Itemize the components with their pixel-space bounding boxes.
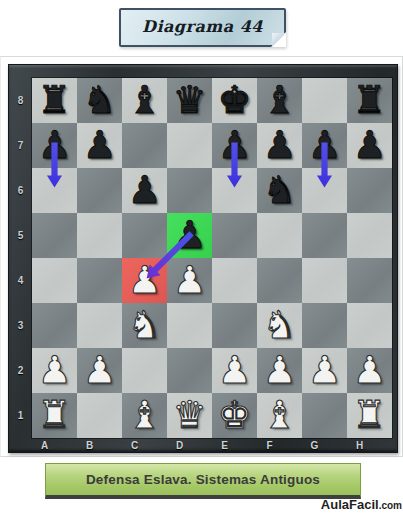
file-label-f: F [247,438,292,453]
white-pawn-e2: ♟ [212,348,257,393]
square-g6[interactable] [302,168,347,213]
square-c4[interactable]: ♟ [122,258,167,303]
square-g2[interactable]: ♟ [302,348,347,393]
file-label-h: H [337,438,382,453]
square-e7[interactable]: ♟ [212,123,257,168]
watermark-tld: .com [379,500,402,511]
white-pawn-c4: ♟ [122,258,167,303]
rank-label-2: 2 [9,348,32,393]
square-d2[interactable] [167,348,212,393]
chess-board-frame: 87654321 ♜♞♝♛♚♝♜♟♟♟♟♟♟♟♞♟♟♟♞♞♟♟♟♟♟♟♜♝♛♚♝… [8,64,398,453]
square-h7[interactable]: ♟ [347,123,392,168]
white-bishop-c1: ♝ [122,393,167,438]
square-b3[interactable] [77,303,122,348]
rank-labels: 87654321 [9,78,32,438]
square-h3[interactable] [347,303,392,348]
square-c1[interactable]: ♝ [122,393,167,438]
square-a4[interactable] [32,258,77,303]
square-a5[interactable] [32,213,77,258]
square-f3[interactable]: ♞ [257,303,302,348]
square-b6[interactable] [77,168,122,213]
black-pawn-b7: ♟ [77,123,122,168]
square-e3[interactable] [212,303,257,348]
rank-label-7: 7 [9,123,32,168]
square-b4[interactable] [77,258,122,303]
square-f4[interactable] [257,258,302,303]
white-knight-c3: ♞ [122,303,167,348]
square-g4[interactable] [302,258,347,303]
white-pawn-d4: ♟ [167,258,212,303]
square-f6[interactable]: ♞ [257,168,302,213]
opening-name: Defensa Eslava. Sistemas Antiguos [46,464,360,495]
file-label-a: A [22,438,67,453]
white-pawn-g2: ♟ [302,348,347,393]
square-a3[interactable] [32,303,77,348]
square-b1[interactable] [77,393,122,438]
white-king-e1: ♚ [212,393,257,438]
black-pawn-c6: ♟ [122,168,167,213]
black-king-e8: ♚ [212,78,257,123]
square-c2[interactable] [122,348,167,393]
square-f1[interactable]: ♝ [257,393,302,438]
square-d7[interactable] [167,123,212,168]
square-b2[interactable]: ♟ [77,348,122,393]
white-knight-f3: ♞ [257,303,302,348]
square-g3[interactable] [302,303,347,348]
square-d4[interactable]: ♟ [167,258,212,303]
white-queen-d1: ♛ [167,393,212,438]
watermark-name: AulaFacil [321,497,379,512]
file-label-g: G [292,438,337,453]
rank-label-8: 8 [9,78,32,123]
square-a1[interactable]: ♜ [32,393,77,438]
rank-label-6: 6 [9,168,32,213]
square-e1[interactable]: ♚ [212,393,257,438]
white-pawn-b2: ♟ [77,348,122,393]
square-f2[interactable]: ♟ [257,348,302,393]
square-g7[interactable]: ♟ [302,123,347,168]
square-g8[interactable] [302,78,347,123]
white-rook-h1: ♜ [347,393,392,438]
square-f7[interactable]: ♟ [257,123,302,168]
white-pawn-a2: ♟ [32,348,77,393]
black-pawn-f7: ♟ [257,123,302,168]
square-c6[interactable]: ♟ [122,168,167,213]
black-bishop-c8: ♝ [122,78,167,123]
square-g5[interactable] [302,213,347,258]
white-rook-a1: ♜ [32,393,77,438]
square-e2[interactable]: ♟ [212,348,257,393]
white-pawn-h2: ♟ [347,348,392,393]
square-h2[interactable]: ♟ [347,348,392,393]
square-c3[interactable]: ♞ [122,303,167,348]
black-knight-f6: ♞ [257,168,302,213]
square-c5[interactable] [122,213,167,258]
file-label-b: B [67,438,112,453]
white-pawn-f2: ♟ [257,348,302,393]
black-pawn-a7: ♟ [32,123,77,168]
black-bishop-f8: ♝ [257,78,302,123]
black-knight-b8: ♞ [77,78,122,123]
white-bishop-f1: ♝ [257,393,302,438]
square-f5[interactable] [257,213,302,258]
square-g1[interactable] [302,393,347,438]
square-b8[interactable]: ♞ [77,78,122,123]
file-label-e: E [202,438,247,453]
diagram-title: Diagrama 44 [121,10,284,44]
black-pawn-g7: ♟ [302,123,347,168]
square-d6[interactable] [167,168,212,213]
square-d8[interactable]: ♛ [167,78,212,123]
square-h8[interactable]: ♜ [347,78,392,123]
diagram-title-banner: Diagrama 44 [119,8,286,47]
square-e4[interactable] [212,258,257,303]
file-label-c: C [112,438,157,453]
square-e8[interactable]: ♚ [212,78,257,123]
square-c8[interactable]: ♝ [122,78,167,123]
black-pawn-h7: ♟ [347,123,392,168]
rank-label-3: 3 [9,303,32,348]
square-e6[interactable] [212,168,257,213]
square-a8[interactable]: ♜ [32,78,77,123]
black-pawn-d5: ♟ [167,213,212,258]
rank-label-4: 4 [9,258,32,303]
file-labels: ABCDEFGH [22,438,382,453]
square-e5[interactable] [212,213,257,258]
square-d3[interactable] [167,303,212,348]
caption-banner: Defensa Eslava. Sistemas Antiguos [45,463,361,499]
square-h6[interactable] [347,168,392,213]
square-a6[interactable] [32,168,77,213]
chess-board[interactable]: ♜♞♝♛♚♝♜♟♟♟♟♟♟♟♞♟♟♟♞♞♟♟♟♟♟♟♜♝♛♚♝♜ [32,78,392,438]
square-h4[interactable] [347,258,392,303]
black-rook-h8: ♜ [347,78,392,123]
square-d5[interactable]: ♟ [167,213,212,258]
square-d1[interactable]: ♛ [167,393,212,438]
file-label-d: D [157,438,202,453]
square-f8[interactable]: ♝ [257,78,302,123]
rank-label-1: 1 [9,393,32,438]
square-a2[interactable]: ♟ [32,348,77,393]
rank-label-5: 5 [9,213,32,258]
square-b7[interactable]: ♟ [77,123,122,168]
board-section: 87654321 ♜♞♝♛♚♝♜♟♟♟♟♟♟♟♞♟♟♟♞♞♟♟♟♟♟♟♜♝♛♚♝… [0,56,403,457]
black-pawn-e7: ♟ [212,123,257,168]
black-rook-a8: ♜ [32,78,77,123]
square-c7[interactable] [122,123,167,168]
square-a7[interactable]: ♟ [32,123,77,168]
square-h5[interactable] [347,213,392,258]
square-b5[interactable] [77,213,122,258]
square-h1[interactable]: ♜ [347,393,392,438]
black-queen-d8: ♛ [167,78,212,123]
watermark: AulaFacil.com [321,495,402,513]
